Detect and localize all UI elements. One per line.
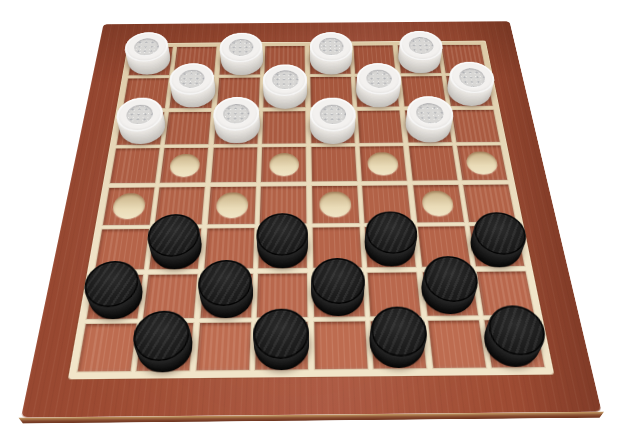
playable-spot-inlay [111,193,146,219]
black-piece-r7c5[interactable] [368,319,426,369]
square-r4c2-playable[interactable] [208,186,256,224]
black-piece-r7c1[interactable] [136,323,195,373]
black-piece-r5c7[interactable] [467,226,524,268]
square-r4c0-playable[interactable] [103,187,155,225]
square-r7c6 [428,320,486,368]
playable-spot-inlay [421,191,455,216]
black-piece-r5c5[interactable] [363,225,416,267]
square-r7c2 [196,323,251,371]
black-piece-r6c0[interactable] [86,274,145,320]
square-r7c0 [78,324,137,372]
playable-spot-inlay [319,191,351,216]
black-piece-r6c2[interactable] [199,273,254,319]
black-piece-r7c7[interactable] [481,318,544,368]
black-piece-r6c4[interactable] [311,271,364,317]
board-scene [0,0,625,447]
square-r7c4 [314,321,367,369]
square-r4c6-playable[interactable] [413,185,464,222]
checkers-board [21,21,602,417]
black-piece-r6c6[interactable] [420,270,478,316]
playable-spot-inlay [216,192,249,218]
black-piece-r5c3[interactable] [258,227,309,269]
black-piece-r5c1[interactable] [149,228,203,270]
square-r4c4-playable[interactable] [312,186,359,223]
board-photo-canvas [0,0,625,447]
black-piece-r7c3[interactable] [254,321,309,371]
